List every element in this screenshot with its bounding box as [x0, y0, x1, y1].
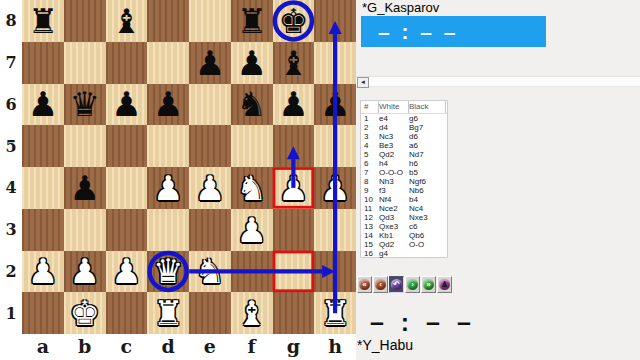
square-e5[interactable]	[189, 125, 231, 167]
square-d2[interactable]: ♛	[147, 251, 189, 293]
white-pawn[interactable]: ♟	[320, 171, 350, 205]
rank-label-1: 1	[0, 292, 22, 334]
file-label-g: g	[273, 334, 315, 360]
black-rook[interactable]: ♜	[28, 4, 58, 38]
go-to-end-button[interactable]: »	[421, 276, 436, 293]
black-pawn[interactable]: ♟	[278, 87, 308, 121]
black-move[interactable]: d6	[409, 132, 446, 141]
white-move[interactable]: g4	[379, 249, 409, 258]
navigation-buttons: «‹↶›»♟	[357, 276, 452, 293]
move-row-9[interactable]: 9f3Nb6	[361, 186, 447, 195]
black-queen[interactable]: ♛	[69, 87, 99, 121]
move-row-11[interactable]: 11Nce2Nc4	[361, 204, 447, 213]
move-number[interactable]: 6	[364, 159, 379, 168]
file-label-d: d	[147, 334, 189, 360]
white-rook[interactable]: ♜	[153, 296, 183, 330]
move-number[interactable]: 8	[364, 177, 379, 186]
move-number[interactable]: 9	[364, 186, 379, 195]
white-move[interactable]: Nf4	[379, 195, 409, 204]
black-move[interactable]	[409, 249, 446, 258]
black-bishop[interactable]: ♝	[111, 4, 141, 38]
move-number[interactable]: 11	[364, 204, 379, 213]
square-a1[interactable]	[22, 292, 64, 334]
horizontal-scrollbar[interactable]: ◄	[356, 76, 640, 87]
white-move[interactable]: Qd2	[379, 240, 409, 249]
white-pawn[interactable]: ♟	[153, 171, 183, 205]
rank-label-7: 7	[0, 42, 22, 84]
square-a8[interactable]: ♜	[22, 0, 64, 42]
white-king[interactable]: ♚	[69, 296, 99, 330]
rank-label-2: 2	[0, 251, 22, 293]
move-number[interactable]: 10	[364, 195, 379, 204]
step-back-button[interactable]: ‹	[373, 276, 388, 293]
move-row-2[interactable]: 2d4Bg7	[361, 123, 447, 132]
black-pawn[interactable]: ♟	[111, 87, 141, 121]
move-row-1[interactable]: 1e4g6	[361, 114, 447, 123]
white-bishop[interactable]: ♝	[236, 296, 266, 330]
square-c3[interactable]	[106, 209, 148, 251]
side-panel: *G_Kasparov – : – – ◄ # White Black 1e4g…	[356, 0, 640, 360]
rank-label-4: 4	[0, 167, 22, 209]
square-g5[interactable]	[273, 125, 315, 167]
square-f2[interactable]	[231, 251, 273, 293]
black-move[interactable]: h6	[409, 159, 446, 168]
white-player-name: *Y_Habu	[357, 337, 413, 353]
move-number[interactable]: 7	[364, 168, 379, 177]
square-f3[interactable]: ♟	[231, 209, 273, 251]
square-e3[interactable]	[189, 209, 231, 251]
square-d8[interactable]	[147, 0, 189, 42]
square-e4[interactable]: ♟	[189, 167, 231, 209]
white-pawn[interactable]: ♟	[111, 254, 141, 288]
square-e1[interactable]	[189, 292, 231, 334]
square-b8[interactable]	[64, 0, 106, 42]
black-column-header: Black	[409, 101, 446, 113]
black-move[interactable]: Nb6	[409, 186, 446, 195]
white-move[interactable]: Kb1	[379, 231, 409, 240]
square-f4[interactable]: ♞	[231, 167, 273, 209]
black-pawn[interactable]: ♟	[236, 46, 266, 80]
black-move[interactable]: Nd7	[409, 150, 446, 159]
white-clock-time: – : – –	[370, 308, 476, 336]
black-player-clock: – : – –	[361, 16, 546, 47]
square-c2[interactable]: ♟	[106, 251, 148, 293]
rank-label-3: 3	[0, 209, 22, 251]
square-c6[interactable]: ♟	[106, 84, 148, 126]
black-bishop[interactable]: ♝	[278, 46, 308, 80]
play-backward-icon: ↶	[391, 279, 402, 290]
black-pawn[interactable]: ♟	[28, 87, 58, 121]
square-b4[interactable]: ♟	[64, 167, 106, 209]
white-move[interactable]: Nce2	[379, 204, 409, 213]
white-move[interactable]: Qxe3	[379, 222, 409, 231]
file-label-c: c	[106, 334, 148, 360]
move-number[interactable]: 1	[364, 114, 379, 123]
move-list[interactable]: # White Black 1e4g62d4Bg73Nc3d64Be3a65Qd…	[360, 100, 448, 258]
square-d1[interactable]: ♜	[147, 292, 189, 334]
rank-labels: 87654321	[0, 0, 22, 334]
white-pawn[interactable]: ♟	[236, 213, 266, 247]
black-player-name: *G_Kasparov	[362, 0, 439, 15]
square-a6[interactable]: ♟	[22, 84, 64, 126]
white-move[interactable]: O-O-O	[379, 168, 409, 177]
square-d6[interactable]: ♟	[147, 84, 189, 126]
black-move[interactable]: Nxe3	[409, 213, 446, 222]
white-move[interactable]: e4	[379, 114, 409, 123]
square-c8[interactable]: ♝	[106, 0, 148, 42]
square-g1[interactable]	[273, 292, 315, 334]
square-f5[interactable]	[231, 125, 273, 167]
white-knight[interactable]: ♞	[236, 171, 266, 205]
file-label-b: b	[64, 334, 106, 360]
move-row-12[interactable]: 12Qd3Nxe3	[361, 213, 447, 222]
file-labels: abcdefgh	[22, 334, 356, 360]
rank-label-5: 5	[0, 125, 22, 167]
black-pawn[interactable]: ♟	[195, 46, 225, 80]
square-c4[interactable]	[106, 167, 148, 209]
black-king[interactable]: ♚	[278, 4, 308, 38]
move-number[interactable]: 3	[364, 132, 379, 141]
black-move[interactable]: Ngf6	[409, 177, 446, 186]
move-number[interactable]: 16	[364, 249, 379, 258]
square-a3[interactable]	[22, 209, 64, 251]
square-b2[interactable]: ♟	[64, 251, 106, 293]
square-h2[interactable]	[314, 251, 356, 293]
square-h5[interactable]	[314, 125, 356, 167]
white-move[interactable]: Be3	[379, 141, 409, 150]
square-a7[interactable]	[22, 42, 64, 84]
black-move[interactable]: b4	[409, 195, 446, 204]
square-f7[interactable]: ♟	[231, 42, 273, 84]
file-label-a: a	[22, 334, 64, 360]
square-g4[interactable]: ♟	[273, 167, 315, 209]
file-label-f: f	[231, 334, 273, 360]
white-move[interactable]: Nc3	[379, 132, 409, 141]
black-knight[interactable]: ♞	[236, 87, 266, 121]
white-player-clock: – : – –	[370, 308, 476, 337]
black-pawn[interactable]: ♟	[320, 87, 350, 121]
move-number-header: #	[364, 101, 379, 113]
move-number[interactable]: 13	[364, 222, 379, 231]
file-label-h: h	[314, 334, 356, 360]
square-d7[interactable]	[147, 42, 189, 84]
white-pawn[interactable]: ♟	[278, 171, 308, 205]
square-e8[interactable]	[189, 0, 231, 42]
examine-mode-button[interactable]: ♟	[437, 276, 452, 293]
move-number[interactable]: 14	[364, 231, 379, 240]
square-g3[interactable]	[273, 209, 315, 251]
black-move[interactable]: Nc4	[409, 204, 446, 213]
board: ♜♝♜♚♟♟♝♟♛♟♟♞♟♟♟♟♟♞♟♟♟♟♟♟♛♞♚♜♝♜	[22, 0, 356, 334]
move-row-8[interactable]: 8Nh3Ngf6	[361, 177, 447, 186]
square-b6[interactable]: ♛	[64, 84, 106, 126]
move-list-body: 1e4g62d4Bg73Nc3d64Be3a65Qd2Nd76h4h67O-O-…	[361, 114, 447, 258]
white-move[interactable]: Nh3	[379, 177, 409, 186]
white-move[interactable]: h4	[379, 159, 409, 168]
step-forward-button[interactable]: ›	[405, 276, 420, 293]
white-rook[interactable]: ♜	[320, 296, 350, 330]
rank-label-8: 8	[0, 0, 22, 42]
square-b7[interactable]	[64, 42, 106, 84]
black-move[interactable]: c6	[409, 222, 446, 231]
white-move[interactable]: d4	[379, 123, 409, 132]
move-row-4[interactable]: 4Be3a6	[361, 141, 447, 150]
square-h7[interactable]	[314, 42, 356, 84]
left-triangle-icon: ◄	[360, 79, 366, 85]
square-a2[interactable]: ♟	[22, 251, 64, 293]
square-g8[interactable]: ♚	[273, 0, 315, 42]
square-e6[interactable]	[189, 84, 231, 126]
move-row-15[interactable]: 15Qd2O-O	[361, 240, 447, 249]
white-move[interactable]: Qd2	[379, 150, 409, 159]
white-pawn[interactable]: ♟	[69, 254, 99, 288]
go-to-start-button[interactable]: «	[357, 276, 372, 293]
square-b5[interactable]	[64, 125, 106, 167]
square-f1[interactable]: ♝	[231, 292, 273, 334]
square-d4[interactable]: ♟	[147, 167, 189, 209]
black-pawn[interactable]: ♟	[69, 171, 99, 205]
black-rook[interactable]: ♜	[236, 4, 266, 38]
square-c7[interactable]	[106, 42, 148, 84]
square-f8[interactable]: ♜	[231, 0, 273, 42]
go-to-end-icon: »	[423, 279, 434, 290]
square-e7[interactable]: ♟	[189, 42, 231, 84]
move-row-14[interactable]: 14Kb1Qb6	[361, 231, 447, 240]
move-row-13[interactable]: 13Qxe3c6	[361, 222, 447, 231]
move-number[interactable]: 5	[364, 150, 379, 159]
square-g7[interactable]: ♝	[273, 42, 315, 84]
square-c5[interactable]	[106, 125, 148, 167]
white-knight[interactable]: ♞	[195, 254, 225, 288]
move-number[interactable]: 15	[364, 240, 379, 249]
move-row-3[interactable]: 3Nc3d6	[361, 132, 447, 141]
square-c1[interactable]	[106, 292, 148, 334]
square-e2[interactable]: ♞	[189, 251, 231, 293]
white-move[interactable]: Qd3	[379, 213, 409, 222]
square-b1[interactable]: ♚	[64, 292, 106, 334]
square-h6[interactable]: ♟	[314, 84, 356, 126]
square-d3[interactable]	[147, 209, 189, 251]
square-f6[interactable]: ♞	[231, 84, 273, 126]
black-move[interactable]: a6	[409, 141, 446, 150]
play-backward-button[interactable]: ↶	[389, 276, 404, 293]
move-row-10[interactable]: 10Nf4b4	[361, 195, 447, 204]
black-move[interactable]: b5	[409, 168, 446, 177]
black-move[interactable]: Qb6	[409, 231, 446, 240]
rank-label-6: 6	[0, 84, 22, 126]
white-pawn[interactable]: ♟	[28, 254, 58, 288]
white-move[interactable]: f3	[379, 186, 409, 195]
square-a5[interactable]	[22, 125, 64, 167]
square-a4[interactable]	[22, 167, 64, 209]
square-h1[interactable]: ♜	[314, 292, 356, 334]
step-back-icon: ‹	[375, 279, 386, 290]
black-move[interactable]: Bg7	[409, 123, 446, 132]
move-row-6[interactable]: 6h4h6	[361, 159, 447, 168]
square-d5[interactable]	[147, 125, 189, 167]
file-label-e: e	[189, 334, 231, 360]
move-row-16[interactable]: 16g4	[361, 249, 447, 258]
white-queen[interactable]: ♛	[153, 254, 183, 288]
white-column-header: White	[379, 101, 409, 113]
move-number[interactable]: 4	[364, 141, 379, 150]
move-row-7[interactable]: 7O-O-Ob5	[361, 168, 447, 177]
square-g6[interactable]: ♟	[273, 84, 315, 126]
move-number[interactable]: 12	[364, 213, 379, 222]
square-h3[interactable]	[314, 209, 356, 251]
move-row-5[interactable]: 5Qd2Nd7	[361, 150, 447, 159]
chess-examine-window: 87654321 ♜♝♜♚♟♟♝♟♛♟♟♞♟♟♟♟♟♞♟♟♟♟♟♟♛♞♚♜♝♜ …	[0, 0, 640, 360]
white-pawn[interactable]: ♟	[195, 171, 225, 205]
black-clock-time: – : – –	[378, 20, 459, 43]
black-pawn[interactable]: ♟	[153, 87, 183, 121]
move-list-header: # White Black	[361, 101, 447, 114]
square-g2[interactable]	[273, 251, 315, 293]
black-move[interactable]: g6	[409, 114, 446, 123]
examine-mode-icon: ♟	[439, 279, 450, 290]
scroll-left-button[interactable]: ◄	[357, 77, 369, 88]
black-move[interactable]: O-O	[409, 240, 446, 249]
square-b3[interactable]	[64, 209, 106, 251]
move-number[interactable]: 2	[364, 123, 379, 132]
go-to-start-icon: «	[359, 279, 370, 290]
step-forward-icon: ›	[407, 279, 418, 290]
square-h4[interactable]: ♟	[314, 167, 356, 209]
square-h8[interactable]	[314, 0, 356, 42]
